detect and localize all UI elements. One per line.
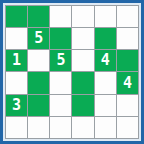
cell-r4c4[interactable] [72,72,93,93]
cell-r5c5[interactable] [95,95,116,116]
cell-r4c3[interactable] [50,72,71,93]
cell-r3c6[interactable] [117,50,138,71]
cell-r2c3[interactable] [50,28,71,49]
cell-r3c3[interactable]: 5 [50,50,71,71]
clue-number: 3 [12,98,21,113]
cell-r5c2[interactable] [28,95,49,116]
cell-r2c6[interactable] [117,28,138,49]
clue-number: 4 [123,76,132,91]
cell-r3c5[interactable]: 4 [95,50,116,71]
cell-r4c1[interactable] [6,72,27,93]
clue-number: 5 [34,31,43,46]
cell-r5c4[interactable] [72,95,93,116]
cell-r6c4[interactable] [72,117,93,138]
cell-r5c1[interactable]: 3 [6,95,27,116]
cell-r6c2[interactable] [28,117,49,138]
cell-r6c6[interactable] [117,117,138,138]
clue-number: 4 [101,53,110,68]
cell-r1c6[interactable] [117,6,138,27]
cell-r1c4[interactable] [72,6,93,27]
cell-r6c1[interactable] [6,117,27,138]
cell-r6c5[interactable] [95,117,116,138]
cell-r4c6[interactable]: 4 [117,72,138,93]
cell-r1c3[interactable] [50,6,71,27]
cell-r1c5[interactable] [95,6,116,27]
cell-r3c1[interactable]: 1 [6,50,27,71]
cell-r1c1[interactable] [6,6,27,27]
clue-number: 1 [12,53,21,68]
cell-r2c5[interactable] [95,28,116,49]
cell-r2c4[interactable] [72,28,93,49]
cell-r4c2[interactable] [28,72,49,93]
cell-r6c3[interactable] [50,117,71,138]
mosaic-grid: 515443 [5,5,139,139]
cell-r5c3[interactable] [50,95,71,116]
cell-r3c4[interactable] [72,50,93,71]
cell-r5c6[interactable] [117,95,138,116]
cell-r1c2[interactable] [28,6,49,27]
clue-number: 5 [56,53,65,68]
cell-r2c2[interactable]: 5 [28,28,49,49]
cell-r2c1[interactable] [6,28,27,49]
puzzle-board: 515443 [0,0,144,144]
cell-r3c2[interactable] [28,50,49,71]
cell-r4c5[interactable] [95,72,116,93]
